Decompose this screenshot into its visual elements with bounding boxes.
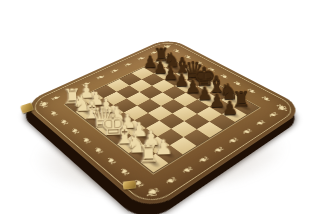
brass-clasp-bottom — [123, 180, 137, 189]
chess-board: ❧ ❧ ❧ ❧ ❧ ❧ ❧ ❧ ❧ ❧ ❧ ❧ ❧ ❧ ❧ ❧ ❧ ❧ ❧ ❧ … — [21, 37, 306, 214]
board-tilt: ❧ ❧ ❧ ❧ ❧ ❧ ❧ ❧ ❧ ❧ ❧ ❧ ❧ ❧ ❧ ❧ ❧ ❧ ❧ ❧ … — [21, 37, 306, 214]
piece-white-rook: ♜ — [137, 142, 160, 167]
product-photo: ❧ ❧ ❧ ❧ ❧ ❧ ❧ ❧ ❧ ❧ ❧ ❧ ❧ ❧ ❧ ❧ ❧ ❧ ❧ ❧ … — [0, 0, 320, 214]
piece-black-pawn: ♟ — [221, 98, 238, 117]
